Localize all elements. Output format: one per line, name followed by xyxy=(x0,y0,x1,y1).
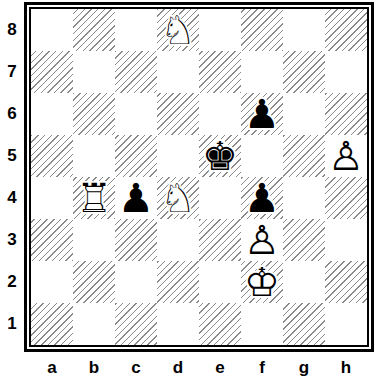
file-label-c: c xyxy=(115,352,157,386)
square-a5[interactable] xyxy=(31,135,73,177)
square-c6[interactable] xyxy=(115,93,157,135)
rank-label-5: 5 xyxy=(0,135,24,177)
square-b8[interactable] xyxy=(73,9,115,51)
square-d6[interactable] xyxy=(157,93,199,135)
square-g6[interactable] xyxy=(283,93,325,135)
square-f7[interactable] xyxy=(241,51,283,93)
square-f5[interactable] xyxy=(241,135,283,177)
rank-label-6: 6 xyxy=(0,93,24,135)
square-g8[interactable] xyxy=(283,9,325,51)
black-pawn-icon: ♟ xyxy=(244,94,280,134)
piece-black-pawn[interactable]: ♟♟ xyxy=(115,177,157,219)
square-a1[interactable] xyxy=(31,303,73,345)
piece-black-pawn[interactable]: ♟♟ xyxy=(241,177,283,219)
square-d5[interactable] xyxy=(157,135,199,177)
chess-diagram: 87654321 ♞♘♟♟♚♚♟♙♜♖♟♟♞♘♟♟♟♙♚♔ abcdefgh xyxy=(0,0,385,389)
square-c3[interactable] xyxy=(115,219,157,261)
square-g2[interactable] xyxy=(283,261,325,303)
square-a2[interactable] xyxy=(31,261,73,303)
rank-label-2: 2 xyxy=(0,261,24,303)
piece-black-king[interactable]: ♚♚ xyxy=(199,135,241,177)
square-h6[interactable] xyxy=(325,93,367,135)
square-h7[interactable] xyxy=(325,51,367,93)
piece-white-king[interactable]: ♚♔ xyxy=(241,261,283,303)
square-c1[interactable] xyxy=(115,303,157,345)
file-labels: abcdefgh xyxy=(24,352,374,386)
square-c2[interactable] xyxy=(115,261,157,303)
piece-white-pawn[interactable]: ♟♙ xyxy=(241,219,283,261)
rank-label-4: 4 xyxy=(0,177,24,219)
black-pawn-icon: ♟ xyxy=(118,178,154,218)
square-d2[interactable] xyxy=(157,261,199,303)
square-e7[interactable] xyxy=(199,51,241,93)
white-knight-icon: ♘ xyxy=(160,10,196,50)
square-h2[interactable] xyxy=(325,261,367,303)
square-b4[interactable]: ♜♖ xyxy=(73,177,115,219)
rank-label-7: 7 xyxy=(0,51,24,93)
square-b3[interactable] xyxy=(73,219,115,261)
square-f4[interactable]: ♟♟ xyxy=(241,177,283,219)
square-d8[interactable]: ♞♘ xyxy=(157,9,199,51)
square-a3[interactable] xyxy=(31,219,73,261)
square-f8[interactable] xyxy=(241,9,283,51)
white-knight-icon: ♘ xyxy=(160,178,196,218)
square-e5[interactable]: ♚♚ xyxy=(199,135,241,177)
square-a6[interactable] xyxy=(31,93,73,135)
square-g4[interactable] xyxy=(283,177,325,219)
square-g5[interactable] xyxy=(283,135,325,177)
square-b6[interactable] xyxy=(73,93,115,135)
file-label-h: h xyxy=(325,352,367,386)
square-g3[interactable] xyxy=(283,219,325,261)
square-e3[interactable] xyxy=(199,219,241,261)
piece-white-rook[interactable]: ♜♖ xyxy=(73,177,115,219)
white-king-icon: ♔ xyxy=(244,262,280,302)
piece-black-pawn[interactable]: ♟♟ xyxy=(241,93,283,135)
white-rook-icon: ♖ xyxy=(76,178,112,218)
file-label-b: b xyxy=(73,352,115,386)
piece-white-knight[interactable]: ♞♘ xyxy=(157,177,199,219)
square-a8[interactable] xyxy=(31,9,73,51)
square-c7[interactable] xyxy=(115,51,157,93)
square-b1[interactable] xyxy=(73,303,115,345)
rank-label-3: 3 xyxy=(0,219,24,261)
square-f3[interactable]: ♟♙ xyxy=(241,219,283,261)
square-d7[interactable] xyxy=(157,51,199,93)
black-king-icon: ♚ xyxy=(202,136,238,176)
white-pawn-icon: ♙ xyxy=(328,136,364,176)
square-f6[interactable]: ♟♟ xyxy=(241,93,283,135)
square-e1[interactable] xyxy=(199,303,241,345)
square-d3[interactable] xyxy=(157,219,199,261)
square-h3[interactable] xyxy=(325,219,367,261)
square-d4[interactable]: ♞♘ xyxy=(157,177,199,219)
piece-white-knight[interactable]: ♞♘ xyxy=(157,9,199,51)
square-f1[interactable] xyxy=(241,303,283,345)
rank-label-8: 8 xyxy=(0,9,24,51)
square-b7[interactable] xyxy=(73,51,115,93)
square-b2[interactable] xyxy=(73,261,115,303)
square-c4[interactable]: ♟♟ xyxy=(115,177,157,219)
rank-labels: 87654321 xyxy=(0,2,24,352)
piece-white-pawn[interactable]: ♟♙ xyxy=(325,135,367,177)
square-f2[interactable]: ♚♔ xyxy=(241,261,283,303)
square-a7[interactable] xyxy=(31,51,73,93)
square-h4[interactable] xyxy=(325,177,367,219)
square-g1[interactable] xyxy=(283,303,325,345)
square-a4[interactable] xyxy=(31,177,73,219)
square-c5[interactable] xyxy=(115,135,157,177)
black-pawn-icon: ♟ xyxy=(244,178,280,218)
rank-label-1: 1 xyxy=(0,303,24,345)
square-e6[interactable] xyxy=(199,93,241,135)
square-d1[interactable] xyxy=(157,303,199,345)
square-e8[interactable] xyxy=(199,9,241,51)
file-label-a: a xyxy=(31,352,73,386)
square-h1[interactable] xyxy=(325,303,367,345)
board-squares: ♞♘♟♟♚♚♟♙♜♖♟♟♞♘♟♟♟♙♚♔ xyxy=(29,7,369,347)
square-g7[interactable] xyxy=(283,51,325,93)
file-label-f: f xyxy=(241,352,283,386)
white-pawn-icon: ♙ xyxy=(244,220,280,260)
square-h5[interactable]: ♟♙ xyxy=(325,135,367,177)
file-label-e: e xyxy=(199,352,241,386)
chess-diagram-layout: 87654321 ♞♘♟♟♚♚♟♙♜♖♟♟♞♘♟♟♟♙♚♔ abcdefgh xyxy=(0,2,374,386)
file-label-d: d xyxy=(157,352,199,386)
file-label-g: g xyxy=(283,352,325,386)
square-e2[interactable] xyxy=(199,261,241,303)
square-e4[interactable] xyxy=(199,177,241,219)
square-b5[interactable] xyxy=(73,135,115,177)
square-c8[interactable] xyxy=(115,9,157,51)
square-h8[interactable] xyxy=(325,9,367,51)
chess-board: ♞♘♟♟♚♚♟♙♜♖♟♟♞♘♟♟♟♙♚♔ xyxy=(24,2,374,352)
